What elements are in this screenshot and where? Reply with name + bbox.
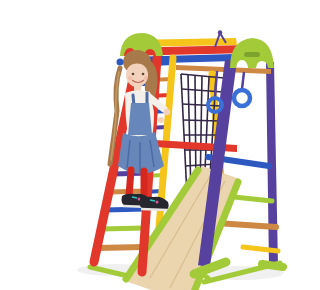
- ladder-rung-bottom: [97, 247, 144, 248]
- leg-tights-left: [129, 170, 131, 196]
- hair-tie-blue: [117, 59, 124, 66]
- rope-knot: [218, 30, 222, 34]
- hand-left: [158, 117, 164, 123]
- ladder-rung: [105, 209, 146, 210]
- overall-bib: [128, 103, 152, 135]
- hand-right: [164, 109, 170, 115]
- sneaker-accent-pink: [156, 201, 159, 204]
- cheek: [128, 76, 132, 80]
- sneaker-lace: [150, 200, 155, 201]
- eye-left: [132, 73, 135, 76]
- cap-handle-slot: [244, 52, 260, 57]
- sneaker-lace: [132, 197, 137, 198]
- cheek: [144, 76, 148, 80]
- face: [126, 63, 148, 87]
- eye-right: [142, 73, 145, 76]
- product-photo: Little girl with pigtails in denim overa…: [40, 16, 320, 290]
- ladder-rung: [101, 228, 145, 229]
- post-foot-green: [262, 264, 283, 267]
- sneaker-sole: [141, 209, 167, 210]
